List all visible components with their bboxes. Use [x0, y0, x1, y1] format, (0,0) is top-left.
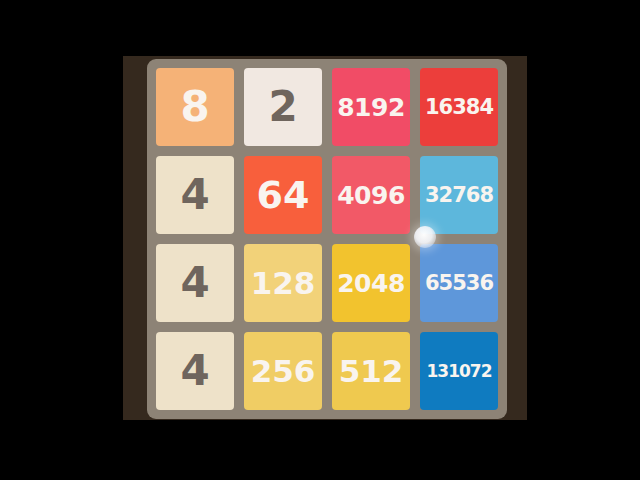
tile-128: 128 [244, 244, 322, 322]
tile-2048: 2048 [332, 244, 410, 322]
tile-256: 256 [244, 332, 322, 410]
tile-8: 8 [156, 68, 234, 146]
tile-4: 4 [156, 244, 234, 322]
tile-16384: 16384 [420, 68, 498, 146]
tile-4096: 4096 [332, 156, 410, 234]
tile-2: 2 [244, 68, 322, 146]
game-board[interactable]: 8281921638446440963276841282048655364256… [147, 59, 507, 419]
video-frame: 8281921638446440963276841282048655364256… [0, 0, 640, 480]
tile-65536: 65536 [420, 244, 498, 322]
tile-32768: 32768 [420, 156, 498, 234]
tile-4: 4 [156, 156, 234, 234]
tile-64: 64 [244, 156, 322, 234]
tile-8192: 8192 [332, 68, 410, 146]
tile-131072: 131072 [420, 332, 498, 410]
tile-4: 4 [156, 332, 234, 410]
tile-512: 512 [332, 332, 410, 410]
